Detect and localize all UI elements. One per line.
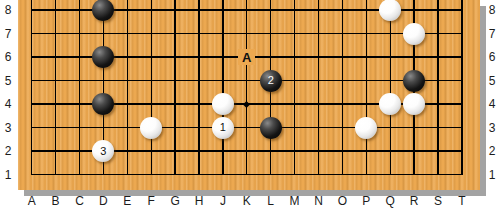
row-label-left-3: 3 [0,121,16,135]
col-label-G: G [166,193,184,209]
black-stone-D4[interactable] [92,93,114,115]
grid-line-col-P [366,0,367,175]
grid-line-col-F [151,0,152,175]
white-stone-R4[interactable] [403,93,425,115]
grid-line-col-S [437,0,438,175]
go-diagram: A213 ABCDEFGHJKLMNOPQRST8765432187654321 [0,0,500,212]
white-stone-D2[interactable]: 3 [92,140,114,162]
row-label-left-8: 8 [0,3,16,17]
col-label-B: B [47,193,65,209]
row-label-left-7: 7 [0,27,16,41]
row-label-left-6: 6 [0,50,16,64]
annotation-K6[interactable]: A [238,49,255,65]
grid-line-col-M [294,0,295,175]
grid-line-col-A [31,0,32,175]
col-label-M: M [286,193,304,209]
col-label-K: K [238,193,256,209]
row-label-left-2: 2 [0,144,16,158]
grid-line-col-J [222,0,223,175]
move-number-3: 3 [100,146,106,157]
col-label-R: R [405,193,423,209]
grid-line-row-3 [31,127,463,128]
col-label-D: D [94,193,112,209]
white-stone-Q8[interactable] [379,0,401,21]
white-stone-Q4[interactable] [379,93,401,115]
grid-line-col-T [461,0,462,175]
row-label-right-6: 6 [484,50,500,64]
col-label-E: E [118,193,136,209]
col-label-Q: Q [381,193,399,209]
col-label-C: C [71,193,89,209]
grid-line-col-E [127,0,128,175]
black-stone-L3[interactable] [260,117,282,139]
star-point-K4 [243,100,250,107]
grid-line-row-1 [31,174,463,175]
grid-line-row-7 [31,33,463,34]
grid-line-col-C [79,0,80,175]
col-label-S: S [429,193,447,209]
grid-line-col-N [318,0,319,175]
white-stone-J3[interactable]: 1 [212,117,234,139]
grid-line-row-5 [31,80,463,81]
col-label-L: L [262,193,280,209]
col-label-H: H [190,193,208,209]
col-label-P: P [357,193,375,209]
black-stone-R5[interactable] [403,70,425,92]
col-label-N: N [310,193,328,209]
col-label-T: T [453,193,471,209]
white-stone-F3[interactable] [140,117,162,139]
grid-line-col-H [198,0,199,175]
move-number-1: 1 [220,122,226,133]
grid-line-col-B [55,0,56,175]
white-stone-P3[interactable] [355,117,377,139]
black-stone-L5[interactable]: 2 [260,70,282,92]
white-stone-J4[interactable] [212,93,234,115]
black-stone-D6[interactable] [92,46,114,68]
row-label-right-8: 8 [484,3,500,17]
white-stone-R7[interactable] [403,23,425,45]
row-label-left-4: 4 [0,97,16,111]
grid-line-col-O [342,0,343,175]
col-label-F: F [142,193,160,209]
grid-line-col-G [174,0,175,175]
row-label-left-1: 1 [0,168,16,182]
row-label-right-2: 2 [484,144,500,158]
col-label-J: J [214,193,232,209]
grid-line-col-Q [390,0,391,175]
col-label-A: A [23,193,41,209]
row-label-left-5: 5 [0,74,16,88]
move-number-2: 2 [268,75,274,86]
grid-line-col-K [246,0,247,175]
col-label-O: O [333,193,351,209]
go-board[interactable]: A213 [18,0,480,190]
row-label-right-1: 1 [484,168,500,182]
black-stone-D8[interactable] [92,0,114,21]
row-label-right-5: 5 [484,74,500,88]
row-label-right-7: 7 [484,27,500,41]
row-label-right-4: 4 [484,97,500,111]
row-label-right-3: 3 [484,121,500,135]
